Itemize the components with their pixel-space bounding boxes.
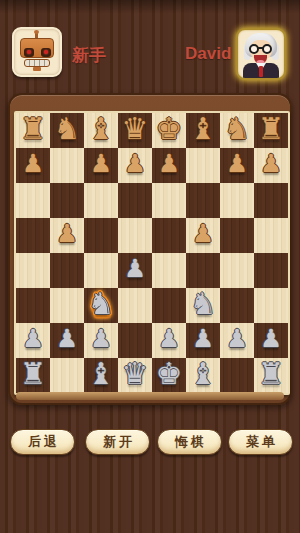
square-b6[interactable] (50, 183, 84, 218)
square-d1[interactable]: ♛ (118, 358, 152, 393)
wood-pawn-b5[interactable]: ♟ (56, 221, 78, 246)
silver-pawn-h2[interactable]: ♟ (260, 326, 282, 351)
silver-bishop-f1[interactable]: ♝ (190, 359, 217, 389)
square-e8[interactable]: ♚ (152, 113, 186, 148)
square-h6[interactable] (254, 183, 288, 218)
square-e7[interactable]: ♟ (152, 148, 186, 183)
silver-pawn-e2[interactable]: ♟ (158, 326, 180, 351)
man-glasses-icon (238, 30, 284, 78)
square-g1[interactable] (220, 358, 254, 393)
silver-bishop-c1[interactable]: ♝ (88, 359, 115, 389)
square-e6[interactable] (152, 183, 186, 218)
square-a8[interactable]: ♜ (16, 113, 50, 148)
square-h7[interactable]: ♟ (254, 148, 288, 183)
square-a7[interactable]: ♟ (16, 148, 50, 183)
wood-pawn-e7[interactable]: ♟ (158, 151, 180, 176)
square-g2[interactable]: ♟ (220, 323, 254, 358)
opponent-name-label: 新手 (72, 44, 106, 67)
square-e2[interactable]: ♟ (152, 323, 186, 358)
board-bottom-edge (16, 392, 284, 400)
wood-king-e8[interactable]: ♚ (156, 114, 183, 144)
wood-pawn-c7[interactable]: ♟ (90, 151, 112, 176)
wood-knight-b8[interactable]: ♞ (54, 114, 81, 144)
silver-pawn-b2[interactable]: ♟ (56, 326, 78, 351)
wood-pawn-h7[interactable]: ♟ (260, 151, 282, 176)
silver-pawn-f2[interactable]: ♟ (192, 326, 214, 351)
square-b2[interactable]: ♟ (50, 323, 84, 358)
square-b5[interactable]: ♟ (50, 218, 84, 253)
square-d7[interactable]: ♟ (118, 148, 152, 183)
square-e4[interactable] (152, 253, 186, 288)
silver-king-e1[interactable]: ♚ (156, 359, 183, 389)
square-f8[interactable]: ♝ (186, 113, 220, 148)
chess-app: 新手 David ♜♞♝♛♚♝♞♜♟♟♟♟♟♟♟♟♟♞♞♟♟♟♟♟♟♟♜♝♛♚♝… (0, 0, 300, 533)
square-d5[interactable] (118, 218, 152, 253)
wood-bishop-f8[interactable]: ♝ (190, 114, 217, 144)
square-c7[interactable]: ♟ (84, 148, 118, 183)
square-d4[interactable]: ♟ (118, 253, 152, 288)
board-frame: ♜♞♝♛♚♝♞♜♟♟♟♟♟♟♟♟♟♞♞♟♟♟♟♟♟♟♜♝♛♚♝♜ (8, 93, 292, 405)
menu-button[interactable]: 菜单 (228, 429, 293, 455)
silver-pawn-c2[interactable]: ♟ (90, 326, 112, 351)
square-a4[interactable] (16, 253, 50, 288)
silver-rook-a1[interactable]: ♜ (20, 359, 47, 389)
square-f1[interactable]: ♝ (186, 358, 220, 393)
wood-bishop-c8[interactable]: ♝ (88, 114, 115, 144)
square-a2[interactable]: ♟ (16, 323, 50, 358)
opponent-avatar-robot-icon[interactable] (12, 27, 62, 77)
square-e3[interactable] (152, 288, 186, 323)
back-button[interactable]: 后退 (10, 429, 75, 455)
square-h2[interactable]: ♟ (254, 323, 288, 358)
square-f3[interactable]: ♞ (186, 288, 220, 323)
square-d6[interactable] (118, 183, 152, 218)
square-a3[interactable] (16, 288, 50, 323)
robot-icon (20, 33, 54, 71)
square-b3[interactable] (50, 288, 84, 323)
square-c4[interactable] (84, 253, 118, 288)
square-g8[interactable]: ♞ (220, 113, 254, 148)
silver-pawn-d4[interactable]: ♟ (124, 256, 146, 281)
wood-pawn-d7[interactable]: ♟ (124, 151, 146, 176)
wood-queen-d8[interactable]: ♛ (122, 114, 149, 144)
undo-move-button[interactable]: 悔棋 (157, 429, 222, 455)
wood-knight-g8[interactable]: ♞ (224, 114, 251, 144)
silver-queen-d1[interactable]: ♛ (122, 359, 149, 389)
new-game-button[interactable]: 新开 (85, 429, 150, 455)
square-f7[interactable] (186, 148, 220, 183)
silver-knight-f3[interactable]: ♞ (190, 289, 217, 319)
wood-pawn-f5[interactable]: ♟ (192, 221, 214, 246)
square-g5[interactable] (220, 218, 254, 253)
square-h1[interactable]: ♜ (254, 358, 288, 393)
square-b1[interactable] (50, 358, 84, 393)
square-e1[interactable]: ♚ (152, 358, 186, 393)
square-f5[interactable]: ♟ (186, 218, 220, 253)
square-h5[interactable] (254, 218, 288, 253)
square-g6[interactable] (220, 183, 254, 218)
square-a1[interactable]: ♜ (16, 358, 50, 393)
square-d3[interactable] (118, 288, 152, 323)
player-name-label: David (185, 44, 231, 64)
square-g7[interactable]: ♟ (220, 148, 254, 183)
square-c8[interactable]: ♝ (84, 113, 118, 148)
square-b4[interactable] (50, 253, 84, 288)
square-d8[interactable]: ♛ (118, 113, 152, 148)
square-h8[interactable]: ♜ (254, 113, 288, 148)
square-c6[interactable] (84, 183, 118, 218)
square-b8[interactable]: ♞ (50, 113, 84, 148)
player-avatar-man-glasses-icon[interactable] (236, 28, 286, 80)
square-c2[interactable]: ♟ (84, 323, 118, 358)
silver-pawn-g2[interactable]: ♟ (226, 326, 248, 351)
square-a6[interactable] (16, 183, 50, 218)
square-f2[interactable]: ♟ (186, 323, 220, 358)
chess-board[interactable]: ♜♞♝♛♚♝♞♜♟♟♟♟♟♟♟♟♟♞♞♟♟♟♟♟♟♟♜♝♛♚♝♜ (16, 113, 288, 393)
square-a5[interactable] (16, 218, 50, 253)
square-d2[interactable] (118, 323, 152, 358)
square-c3[interactable]: ♞ (84, 288, 118, 323)
wood-pawn-g7[interactable]: ♟ (226, 151, 248, 176)
square-f6[interactable] (186, 183, 220, 218)
square-b7[interactable] (50, 148, 84, 183)
square-c5[interactable] (84, 218, 118, 253)
square-h3[interactable] (254, 288, 288, 323)
silver-pawn-a2[interactable]: ♟ (22, 326, 44, 351)
board-inner-border: ♜♞♝♛♚♝♞♜♟♟♟♟♟♟♟♟♟♞♞♟♟♟♟♟♟♟♜♝♛♚♝♜ (14, 111, 290, 395)
square-g4[interactable] (220, 253, 254, 288)
wood-rook-h8[interactable]: ♜ (258, 114, 285, 144)
square-g3[interactable] (220, 288, 254, 323)
square-h4[interactable] (254, 253, 288, 288)
square-e5[interactable] (152, 218, 186, 253)
square-f4[interactable] (186, 253, 220, 288)
wood-rook-a8[interactable]: ♜ (20, 114, 47, 144)
wood-pawn-a7[interactable]: ♟ (22, 151, 44, 176)
silver-rook-h1[interactable]: ♜ (258, 359, 285, 389)
silver-knight-c3[interactable]: ♞ (88, 289, 115, 319)
square-c1[interactable]: ♝ (84, 358, 118, 393)
